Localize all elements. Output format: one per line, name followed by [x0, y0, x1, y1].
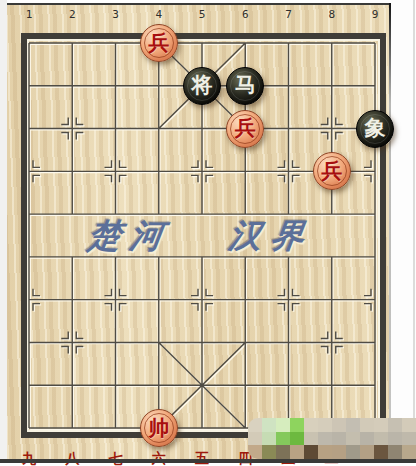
file-number-top: 4	[155, 8, 162, 21]
file-number-bottom: 九	[22, 450, 36, 466]
red-soldier[interactable]: 兵	[313, 152, 351, 190]
red-soldier[interactable]: 兵	[226, 110, 264, 148]
watermark-block	[360, 445, 374, 459]
window-right-border	[389, 3, 391, 459]
watermark-block	[290, 432, 304, 446]
watermark-block	[304, 432, 318, 446]
watermark-block	[346, 432, 360, 446]
red-soldier-glyph: 兵	[235, 118, 256, 139]
watermark-block	[290, 418, 304, 432]
pixelated-watermark	[248, 418, 416, 459]
watermark-block	[332, 418, 346, 432]
watermark-block	[402, 418, 416, 432]
watermark-block	[290, 445, 304, 459]
window-right-gutter	[391, 0, 416, 459]
xiangqi-app-window: 123456789 九八七六五四三二一 楚河 汉界 兵将马兵象兵帅	[0, 0, 416, 466]
file-number-bottom: 六	[152, 450, 166, 466]
black-horse[interactable]: 马	[226, 67, 264, 105]
watermark-block	[374, 418, 388, 432]
watermark-block	[402, 432, 416, 446]
file-number-bottom: 五	[195, 450, 209, 466]
black-general[interactable]: 将	[183, 67, 221, 105]
file-number-top: 8	[328, 8, 335, 21]
file-number-top: 1	[26, 8, 33, 21]
file-number-top: 7	[285, 8, 292, 21]
watermark-block	[318, 432, 332, 446]
file-number-top: 9	[372, 8, 379, 21]
watermark-block	[248, 418, 262, 432]
red-soldier-glyph: 兵	[321, 161, 342, 182]
watermark-block	[248, 432, 262, 446]
watermark-block	[374, 445, 388, 459]
watermark-block	[276, 432, 290, 446]
watermark-block	[388, 432, 402, 446]
window-top-border	[7, 3, 391, 5]
watermark-block	[262, 445, 276, 459]
file-number-bottom: 八	[65, 450, 79, 466]
red-soldier[interactable]: 兵	[140, 24, 178, 62]
watermark-block	[318, 418, 332, 432]
watermark-block	[262, 418, 276, 432]
watermark-block	[388, 445, 402, 459]
file-number-top: 3	[112, 8, 119, 21]
watermark-block	[360, 432, 374, 446]
watermark-block	[332, 445, 346, 459]
watermark-block	[276, 418, 290, 432]
watermark-block	[304, 418, 318, 432]
right-gutter-line	[413, 0, 415, 459]
watermark-block	[318, 445, 332, 459]
file-number-top: 6	[242, 8, 249, 21]
window-left-gutter	[0, 0, 7, 459]
watermark-block	[332, 432, 346, 446]
red-soldier-glyph: 兵	[148, 33, 169, 54]
watermark-block	[360, 418, 374, 432]
watermark-block	[304, 445, 318, 459]
file-number-top: 5	[199, 8, 206, 21]
file-number-bottom: 七	[109, 450, 123, 466]
black-elephant-glyph: 象	[365, 118, 386, 139]
black-elephant[interactable]: 象	[356, 110, 394, 148]
file-number-top: 2	[69, 8, 76, 21]
watermark-block	[402, 445, 416, 459]
watermark-block	[262, 432, 276, 446]
watermark-block	[374, 432, 388, 446]
watermark-block	[346, 445, 360, 459]
red-general-glyph: 帅	[148, 418, 169, 439]
watermark-block	[276, 445, 290, 459]
watermark-block	[346, 418, 360, 432]
black-horse-glyph: 马	[235, 75, 256, 96]
window-bottom-border	[0, 459, 416, 463]
red-general[interactable]: 帅	[140, 409, 178, 447]
watermark-block	[388, 418, 402, 432]
black-general-glyph: 将	[192, 75, 213, 96]
